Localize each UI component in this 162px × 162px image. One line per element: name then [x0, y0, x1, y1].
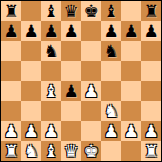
white-rook[interactable]: ♜: [143, 141, 158, 161]
white-pawn[interactable]: ♟: [43, 121, 58, 141]
white-queen[interactable]: ♛: [63, 141, 78, 161]
square-g8[interactable]: [121, 1, 141, 21]
black-pawn[interactable]: ♟: [63, 21, 78, 41]
white-pawn[interactable]: ♟: [103, 121, 118, 141]
white-bishop[interactable]: ♝: [43, 141, 58, 161]
black-pawn[interactable]: ♟: [103, 21, 118, 41]
square-g5[interactable]: [121, 61, 141, 81]
square-a2[interactable]: ♟: [1, 121, 21, 141]
square-f5[interactable]: [101, 61, 121, 81]
square-h7[interactable]: ♟: [141, 21, 161, 41]
square-g3[interactable]: [121, 101, 141, 121]
black-rook[interactable]: ♜: [3, 1, 18, 21]
black-knight[interactable]: ♞: [43, 41, 58, 61]
square-c1[interactable]: ♝: [41, 141, 61, 161]
square-c2[interactable]: ♟: [41, 121, 61, 141]
black-rook[interactable]: ♜: [143, 1, 158, 21]
square-c8[interactable]: ♝: [41, 1, 61, 21]
square-h8[interactable]: ♜: [141, 1, 161, 21]
square-f1[interactable]: [101, 141, 121, 161]
square-e7[interactable]: [81, 21, 101, 41]
white-knight[interactable]: ♞: [103, 101, 118, 121]
white-bishop[interactable]: ♝: [43, 81, 58, 101]
square-b5[interactable]: [21, 61, 41, 81]
square-e3[interactable]: [81, 101, 101, 121]
black-pawn[interactable]: ♟: [143, 21, 158, 41]
square-b3[interactable]: [21, 101, 41, 121]
white-pawn[interactable]: ♟: [143, 121, 158, 141]
square-d1[interactable]: ♛: [61, 141, 81, 161]
square-d2[interactable]: [61, 121, 81, 141]
white-king[interactable]: ♚: [83, 141, 98, 161]
square-a1[interactable]: ♜: [1, 141, 21, 161]
square-b4[interactable]: [21, 81, 41, 101]
black-knight[interactable]: ♞: [103, 41, 118, 61]
square-f8[interactable]: ♝: [101, 1, 121, 21]
white-pawn[interactable]: ♟: [23, 121, 38, 141]
square-e4[interactable]: ♟: [81, 81, 101, 101]
square-c6[interactable]: ♞: [41, 41, 61, 61]
black-queen[interactable]: ♛: [63, 1, 78, 21]
black-bishop[interactable]: ♝: [43, 1, 58, 21]
square-g7[interactable]: ♟: [121, 21, 141, 41]
chess-board-wrap: ♜♝♛♚♝♜♟♟♟♟♟♟♟♞♞♝♟♟♞♟♟♟♟♟♟♜♞♝♛♚♜: [0, 0, 162, 162]
white-pawn[interactable]: ♟: [83, 81, 98, 101]
square-a3[interactable]: [1, 101, 21, 121]
square-c5[interactable]: [41, 61, 61, 81]
square-f4[interactable]: [101, 81, 121, 101]
black-pawn[interactable]: ♟: [3, 21, 18, 41]
black-pawn[interactable]: ♟: [43, 21, 58, 41]
square-a8[interactable]: ♜: [1, 1, 21, 21]
black-king[interactable]: ♚: [83, 1, 98, 21]
square-h2[interactable]: ♟: [141, 121, 161, 141]
square-e2[interactable]: [81, 121, 101, 141]
square-h4[interactable]: [141, 81, 161, 101]
square-h1[interactable]: ♜: [141, 141, 161, 161]
square-e8[interactable]: ♚: [81, 1, 101, 21]
chess-board: ♜♝♛♚♝♜♟♟♟♟♟♟♟♞♞♝♟♟♞♟♟♟♟♟♟♜♞♝♛♚♜: [0, 0, 162, 162]
square-b2[interactable]: ♟: [21, 121, 41, 141]
square-e1[interactable]: ♚: [81, 141, 101, 161]
square-f2[interactable]: ♟: [101, 121, 121, 141]
square-d5[interactable]: [61, 61, 81, 81]
square-c4[interactable]: ♝: [41, 81, 61, 101]
square-d8[interactable]: ♛: [61, 1, 81, 21]
square-a7[interactable]: ♟: [1, 21, 21, 41]
square-f3[interactable]: ♞: [101, 101, 121, 121]
square-g1[interactable]: [121, 141, 141, 161]
black-pawn[interactable]: ♟: [63, 81, 78, 101]
black-pawn[interactable]: ♟: [23, 21, 38, 41]
square-b8[interactable]: [21, 1, 41, 21]
square-f6[interactable]: ♞: [101, 41, 121, 61]
white-knight[interactable]: ♞: [23, 141, 38, 161]
square-b6[interactable]: [21, 41, 41, 61]
black-pawn[interactable]: ♟: [123, 21, 138, 41]
square-g6[interactable]: [121, 41, 141, 61]
square-h6[interactable]: [141, 41, 161, 61]
square-h5[interactable]: [141, 61, 161, 81]
square-d3[interactable]: [61, 101, 81, 121]
square-d4[interactable]: ♟: [61, 81, 81, 101]
square-f7[interactable]: ♟: [101, 21, 121, 41]
square-g4[interactable]: [121, 81, 141, 101]
square-e6[interactable]: [81, 41, 101, 61]
square-c3[interactable]: [41, 101, 61, 121]
white-pawn[interactable]: ♟: [3, 121, 18, 141]
square-d6[interactable]: [61, 41, 81, 61]
square-a6[interactable]: [1, 41, 21, 61]
square-h3[interactable]: [141, 101, 161, 121]
square-d7[interactable]: ♟: [61, 21, 81, 41]
square-c7[interactable]: ♟: [41, 21, 61, 41]
square-e5[interactable]: [81, 61, 101, 81]
square-g2[interactable]: ♟: [121, 121, 141, 141]
white-rook[interactable]: ♜: [3, 141, 18, 161]
square-a5[interactable]: [1, 61, 21, 81]
square-b7[interactable]: ♟: [21, 21, 41, 41]
white-pawn[interactable]: ♟: [123, 121, 138, 141]
square-b1[interactable]: ♞: [21, 141, 41, 161]
black-bishop[interactable]: ♝: [103, 1, 118, 21]
square-a4[interactable]: [1, 81, 21, 101]
